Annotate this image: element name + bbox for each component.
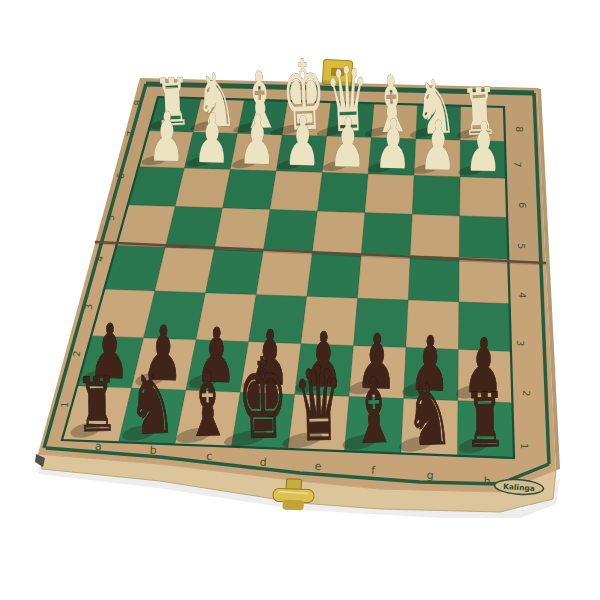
rank-label-left-7: 7 — [125, 130, 136, 137]
square-d5[interactable] — [263, 210, 317, 253]
rank-label-right-8: 8 — [514, 126, 525, 133]
piece-dark-bishop-f1[interactable]: ♝ — [350, 359, 397, 464]
file-label-h: h — [483, 475, 491, 488]
rank-label-right-3: 3 — [515, 340, 526, 347]
rank-label-left-5: 5 — [105, 214, 116, 221]
square-f4[interactable] — [358, 254, 411, 300]
square-c4[interactable] — [206, 249, 264, 295]
piece-dark-bishop-c1[interactable]: ♝ — [184, 352, 231, 457]
square-h5[interactable] — [459, 216, 508, 259]
rank-label-right-4: 4 — [517, 292, 528, 299]
rank-label-right-5: 5 — [516, 243, 527, 250]
rank-label-left-8: 8 — [132, 99, 143, 106]
square-d4[interactable] — [256, 251, 312, 297]
piece-white-pawn-b7[interactable]: ♟ — [193, 99, 231, 179]
square-f5[interactable] — [361, 213, 412, 256]
file-label-g: g — [426, 469, 434, 482]
piece-white-pawn-a7[interactable]: ♟ — [148, 97, 186, 177]
square-g5[interactable] — [410, 214, 459, 257]
rank-label-left-6: 6 — [115, 172, 126, 179]
piece-dark-king-d1[interactable]: ♚ — [237, 335, 289, 465]
square-e4[interactable] — [307, 253, 362, 299]
piece-white-pawn-e7[interactable]: ♟ — [329, 103, 367, 183]
chessboard-photo: abcdefgh1122334455667788Kalinga♜♞♝♚♛♝♞♜♟… — [0, 0, 600, 600]
piece-white-pawn-g7[interactable]: ♟ — [419, 106, 457, 186]
piece-white-pawn-h7[interactable]: ♟ — [464, 107, 502, 187]
rank-label-right-7: 7 — [512, 161, 523, 168]
square-h4[interactable] — [459, 258, 510, 304]
square-b5[interactable] — [165, 207, 222, 250]
rank-label-right-1: 1 — [519, 443, 530, 450]
square-e5[interactable] — [312, 211, 365, 254]
rank-label-left-2: 2 — [71, 350, 82, 357]
square-b4[interactable] — [155, 247, 215, 293]
piece-dark-knight-g1[interactable]: ♞ — [405, 364, 455, 465]
piece-dark-rook-a1[interactable]: ♜ — [75, 361, 118, 450]
piece-dark-knight-b1[interactable]: ♞ — [127, 353, 177, 454]
piece-white-pawn-c7[interactable]: ♟ — [238, 100, 276, 180]
rank-label-right-2: 2 — [521, 390, 532, 397]
rank-label-left-1: 1 — [59, 401, 70, 408]
board-scene: abcdefgh1122334455667788Kalinga♜♞♝♚♛♝♞♜♟… — [0, 0, 600, 600]
piece-dark-rook-h1[interactable]: ♜ — [463, 376, 506, 465]
piece-white-pawn-d7[interactable]: ♟ — [283, 102, 321, 182]
rank-label-right-6: 6 — [517, 202, 528, 209]
rank-label-left-4: 4 — [94, 255, 105, 262]
piece-dark-queen-e1[interactable]: ♛ — [292, 345, 344, 464]
square-c5[interactable] — [214, 208, 270, 251]
square-g4[interactable] — [408, 256, 459, 302]
piece-white-pawn-f7[interactable]: ♟ — [374, 104, 412, 184]
